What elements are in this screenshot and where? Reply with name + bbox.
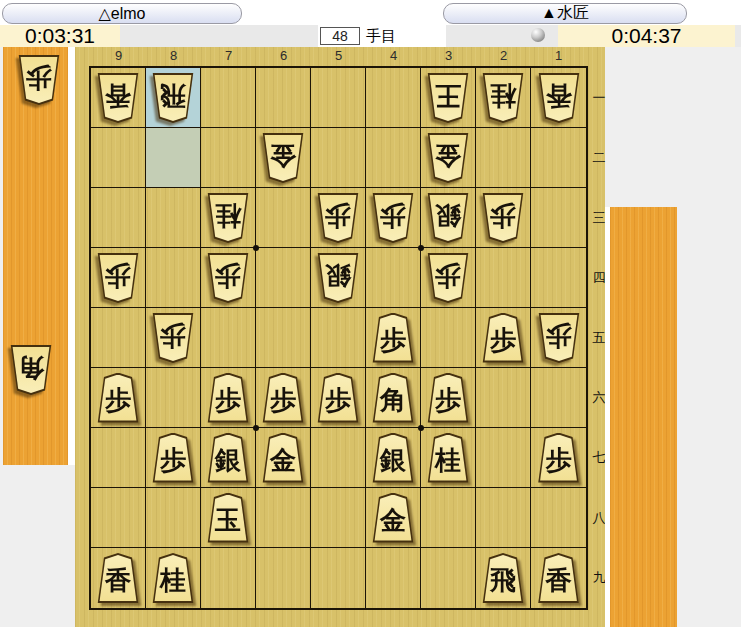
player-name-sente: ▲水匠	[443, 3, 687, 24]
file-label: 2	[476, 48, 531, 65]
square-5-6[interactable]: 歩	[311, 368, 366, 428]
shogi-piece-sente-飛[interactable]: 飛	[481, 553, 525, 603]
file-labels: 987654321	[91, 48, 586, 65]
square-2-4[interactable]	[476, 248, 531, 308]
rank-label: 七	[592, 428, 606, 488]
shogi-piece-sente-角[interactable]: 角	[371, 373, 415, 423]
piece-kanji: 歩	[380, 203, 406, 229]
square-5-5[interactable]	[311, 308, 366, 368]
square-6-1[interactable]	[256, 68, 311, 128]
shogi-piece-sente-玉[interactable]: 玉	[206, 493, 250, 543]
rank-labels: 一二三四五六七八九	[592, 68, 606, 608]
rank-label: 一	[592, 68, 606, 128]
sente-komadai	[610, 207, 677, 627]
square-9-2[interactable]	[91, 128, 146, 188]
square-9-1[interactable]: 香	[91, 68, 146, 128]
player-name-sente-label: ▲水匠	[541, 3, 589, 24]
shogi-piece-gote-王[interactable]: 王	[426, 73, 470, 123]
square-3-6[interactable]: 歩	[421, 368, 476, 428]
piece-kanji: 歩	[215, 387, 241, 413]
square-8-8[interactable]	[146, 488, 201, 548]
square-2-2[interactable]	[476, 128, 531, 188]
shogi-piece-sente-歩[interactable]: 歩	[151, 433, 195, 483]
shogi-piece-gote-金[interactable]: 金	[261, 133, 305, 183]
piece-kanji: 桂	[215, 203, 241, 229]
piece-kanji: 歩	[26, 65, 52, 91]
divider	[68, 47, 75, 465]
shogi-piece-sente-歩[interactable]: 歩	[537, 433, 581, 483]
square-7-7[interactable]: 銀	[201, 428, 256, 488]
piece-kanji: 金	[270, 143, 296, 169]
piece-kanji: 香	[546, 83, 572, 109]
piece-kanji: 角	[18, 355, 44, 381]
file-label: 5	[311, 48, 366, 65]
shogi-piece-sente-歩[interactable]: 歩	[316, 373, 360, 423]
square-8-1[interactable]: 飛	[146, 68, 201, 128]
square-5-7[interactable]	[311, 428, 366, 488]
shogi-piece-gote-桂[interactable]: 桂	[206, 193, 250, 243]
shogi-piece-gote-桂[interactable]: 桂	[481, 73, 525, 123]
clock-sente: 0:04:37	[558, 25, 735, 47]
piece-kanji: 歩	[325, 203, 351, 229]
square-3-3[interactable]: 銀	[421, 188, 476, 248]
piece-kanji: 歩	[270, 387, 296, 413]
shogi-piece-sente-金[interactable]: 金	[261, 433, 305, 483]
rank-label: 九	[592, 548, 606, 608]
piece-kanji: 銀	[215, 447, 241, 473]
shogi-piece-sente-桂[interactable]: 桂	[426, 433, 470, 483]
piece-kanji: 角	[380, 387, 406, 413]
shogi-piece-gote-飛[interactable]: 飛	[151, 73, 195, 123]
square-6-7[interactable]: 金	[256, 428, 311, 488]
square-4-9[interactable]	[366, 548, 421, 608]
square-3-4[interactable]: 歩	[421, 248, 476, 308]
piece-kanji: 香	[546, 567, 572, 593]
file-label: 9	[91, 48, 146, 65]
hoshi-dot	[253, 425, 259, 431]
square-4-3[interactable]: 歩	[366, 188, 421, 248]
square-9-9[interactable]: 香	[91, 548, 146, 608]
shogi-piece-gote-金[interactable]: 金	[426, 133, 470, 183]
square-3-9[interactable]	[421, 548, 476, 608]
divider	[605, 207, 610, 627]
shogi-piece-sente-桂[interactable]: 桂	[151, 553, 195, 603]
shogi-piece-gote-銀[interactable]: 銀	[316, 253, 360, 303]
shogi-piece-gote-歩[interactable]: 歩	[371, 193, 415, 243]
player-name-gote: △elmo	[2, 3, 242, 24]
file-label: 8	[146, 48, 201, 65]
file-label: 1	[531, 48, 586, 65]
square-1-7[interactable]: 歩	[531, 428, 586, 488]
hoshi-dot	[418, 245, 424, 251]
square-2-5[interactable]: 歩	[476, 308, 531, 368]
shogi-piece-sente-歩[interactable]: 歩	[96, 373, 140, 423]
player-name-gote-label: △elmo	[99, 4, 146, 23]
square-8-4[interactable]	[146, 248, 201, 308]
square-9-4[interactable]: 歩	[91, 248, 146, 308]
shogi-piece-gote-歩[interactable]: 歩	[481, 193, 525, 243]
square-3-8[interactable]	[421, 488, 476, 548]
square-1-6[interactable]	[531, 368, 586, 428]
piece-kanji: 桂	[435, 447, 461, 473]
shogi-board-grid: 香飛王桂香金金桂歩歩銀歩歩歩銀歩歩歩歩歩歩歩歩歩角歩歩銀金銀桂歩玉金香桂飛香	[89, 66, 588, 610]
piece-kanji: 歩	[490, 203, 516, 229]
square-8-2[interactable]	[146, 128, 201, 188]
square-4-4[interactable]	[366, 248, 421, 308]
file-label: 6	[256, 48, 311, 65]
piece-kanji: 飛	[490, 567, 516, 593]
board-surface: 987654321 香飛王桂香金金桂歩歩銀歩歩歩銀歩歩歩歩歩歩歩歩歩角歩歩銀金銀…	[75, 45, 605, 627]
square-7-1[interactable]	[201, 68, 256, 128]
piece-kanji: 歩	[215, 263, 241, 289]
shogi-piece-sente-歩[interactable]: 歩	[426, 373, 470, 423]
shogi-piece-sente-歩[interactable]: 歩	[371, 313, 415, 363]
square-1-5[interactable]: 歩	[531, 308, 586, 368]
piece-kanji: 銀	[435, 203, 461, 229]
square-3-1[interactable]: 王	[421, 68, 476, 128]
square-7-5[interactable]	[201, 308, 256, 368]
piece-kanji: 金	[270, 447, 296, 473]
shogi-piece-gote-歩[interactable]: 歩	[426, 253, 470, 303]
square-9-8[interactable]	[91, 488, 146, 548]
piece-kanji: 桂	[160, 567, 186, 593]
piece-kanji: 銀	[325, 263, 351, 289]
shogi-piece-gote-香[interactable]: 香	[96, 73, 140, 123]
piece-kanji: 歩	[490, 327, 516, 353]
piece-kanji: 歩	[380, 327, 406, 353]
shogi-piece-sente-銀[interactable]: 銀	[206, 433, 250, 483]
rank-label: 五	[592, 308, 606, 368]
square-5-3[interactable]: 歩	[311, 188, 366, 248]
square-4-6[interactable]: 角	[366, 368, 421, 428]
piece-kanji: 桂	[490, 83, 516, 109]
square-5-2[interactable]	[311, 128, 366, 188]
square-5-1[interactable]	[311, 68, 366, 128]
shogi-piece-sente-歩[interactable]: 歩	[206, 373, 250, 423]
square-7-3[interactable]: 桂	[201, 188, 256, 248]
shogi-piece-sente-銀[interactable]: 銀	[371, 433, 415, 483]
square-6-8[interactable]	[256, 488, 311, 548]
move-number-box[interactable]: 48	[320, 27, 360, 45]
piece-kanji: 金	[380, 507, 406, 533]
rank-label: 三	[592, 188, 606, 248]
square-4-1[interactable]	[366, 68, 421, 128]
square-4-8[interactable]: 金	[366, 488, 421, 548]
square-6-6[interactable]: 歩	[256, 368, 311, 428]
gote-komadai: 歩角	[3, 47, 68, 465]
file-label: 3	[421, 48, 476, 65]
square-6-3[interactable]	[256, 188, 311, 248]
square-4-5[interactable]: 歩	[366, 308, 421, 368]
square-8-9[interactable]: 桂	[146, 548, 201, 608]
move-suffix-label: 手目	[366, 27, 396, 46]
square-7-6[interactable]: 歩	[201, 368, 256, 428]
square-5-8[interactable]	[311, 488, 366, 548]
piece-kanji: 歩	[546, 447, 572, 473]
piece-kanji: 歩	[105, 263, 131, 289]
rank-label: 八	[592, 488, 606, 548]
square-9-3[interactable]	[91, 188, 146, 248]
shogi-piece-gote-歩[interactable]: 歩	[96, 253, 140, 303]
piece-kanji: 飛	[160, 83, 186, 109]
rank-label: 六	[592, 368, 606, 428]
move-number-value: 48	[332, 28, 348, 44]
square-1-3[interactable]	[531, 188, 586, 248]
shogi-piece-gote-歩[interactable]: 歩	[537, 313, 581, 363]
piece-kanji: 歩	[435, 263, 461, 289]
hoshi-dot	[253, 245, 259, 251]
square-2-3[interactable]: 歩	[476, 188, 531, 248]
shogi-piece-gote-歩[interactable]: 歩	[206, 253, 250, 303]
square-8-7[interactable]: 歩	[146, 428, 201, 488]
square-2-1[interactable]: 桂	[476, 68, 531, 128]
shogi-piece-gote-銀[interactable]: 銀	[426, 193, 470, 243]
square-2-7[interactable]	[476, 428, 531, 488]
square-7-9[interactable]	[201, 548, 256, 608]
square-9-6[interactable]: 歩	[91, 368, 146, 428]
piece-kanji: 歩	[160, 323, 186, 349]
piece-kanji: 金	[435, 143, 461, 169]
square-8-5[interactable]: 歩	[146, 308, 201, 368]
square-7-4[interactable]: 歩	[201, 248, 256, 308]
square-4-7[interactable]: 銀	[366, 428, 421, 488]
shogi-piece-sente-歩[interactable]: 歩	[481, 313, 525, 363]
square-1-1[interactable]: 香	[531, 68, 586, 128]
square-5-4[interactable]: 銀	[311, 248, 366, 308]
square-6-2[interactable]: 金	[256, 128, 311, 188]
piece-kanji: 歩	[325, 387, 351, 413]
piece-kanji: 香	[105, 83, 131, 109]
hand-piece-gote-角[interactable]: 角	[9, 345, 53, 395]
piece-kanji: 歩	[105, 387, 131, 413]
piece-kanji: 歩	[160, 447, 186, 473]
shogi-piece-sente-金[interactable]: 金	[371, 493, 415, 543]
piece-kanji: 銀	[380, 447, 406, 473]
shogi-piece-sente-歩[interactable]: 歩	[261, 373, 305, 423]
move-counter: 48 手目	[318, 25, 446, 47]
square-2-8[interactable]	[476, 488, 531, 548]
shogi-piece-gote-歩[interactable]: 歩	[316, 193, 360, 243]
hoshi-dot	[418, 425, 424, 431]
square-1-8[interactable]	[531, 488, 586, 548]
square-3-2[interactable]: 金	[421, 128, 476, 188]
square-1-9[interactable]: 香	[531, 548, 586, 608]
square-6-4[interactable]	[256, 248, 311, 308]
rank-label: 四	[592, 248, 606, 308]
clock-gote-value: 0:03:31	[25, 24, 95, 48]
piece-kanji: 香	[105, 567, 131, 593]
piece-kanji: 玉	[215, 507, 241, 533]
square-8-3[interactable]	[146, 188, 201, 248]
piece-kanji: 歩	[435, 387, 461, 413]
square-4-2[interactable]	[366, 128, 421, 188]
clock-sente-value: 0:04:37	[611, 24, 681, 48]
square-5-9[interactable]	[311, 548, 366, 608]
square-2-9[interactable]: 飛	[476, 548, 531, 608]
file-label: 4	[366, 48, 421, 65]
square-9-7[interactable]	[91, 428, 146, 488]
square-9-5[interactable]	[91, 308, 146, 368]
shogi-piece-sente-香[interactable]: 香	[537, 553, 581, 603]
square-7-2[interactable]	[201, 128, 256, 188]
square-2-6[interactable]	[476, 368, 531, 428]
rank-label: 二	[592, 128, 606, 188]
shogi-piece-gote-歩[interactable]: 歩	[151, 313, 195, 363]
piece-kanji: 王	[435, 83, 461, 109]
shogi-piece-sente-香[interactable]: 香	[96, 553, 140, 603]
shogi-piece-gote-香[interactable]: 香	[537, 73, 581, 123]
square-7-8[interactable]: 玉	[201, 488, 256, 548]
file-label: 7	[201, 48, 256, 65]
square-6-5[interactable]	[256, 308, 311, 368]
square-6-9[interactable]	[256, 548, 311, 608]
hand-piece-gote-歩[interactable]: 歩	[17, 55, 61, 105]
clock-gote: 0:03:31	[0, 25, 120, 47]
square-3-7[interactable]: 桂	[421, 428, 476, 488]
square-1-4[interactable]	[531, 248, 586, 308]
piece-kanji: 歩	[546, 323, 572, 349]
shogi-gui-window: 987654321 香飛王桂香金金桂歩歩銀歩歩歩銀歩歩歩歩歩歩歩歩歩角歩歩銀金銀…	[0, 0, 741, 627]
square-8-6[interactable]	[146, 368, 201, 428]
square-1-2[interactable]	[531, 128, 586, 188]
square-3-5[interactable]	[421, 308, 476, 368]
turn-indicator-orb	[531, 28, 545, 42]
